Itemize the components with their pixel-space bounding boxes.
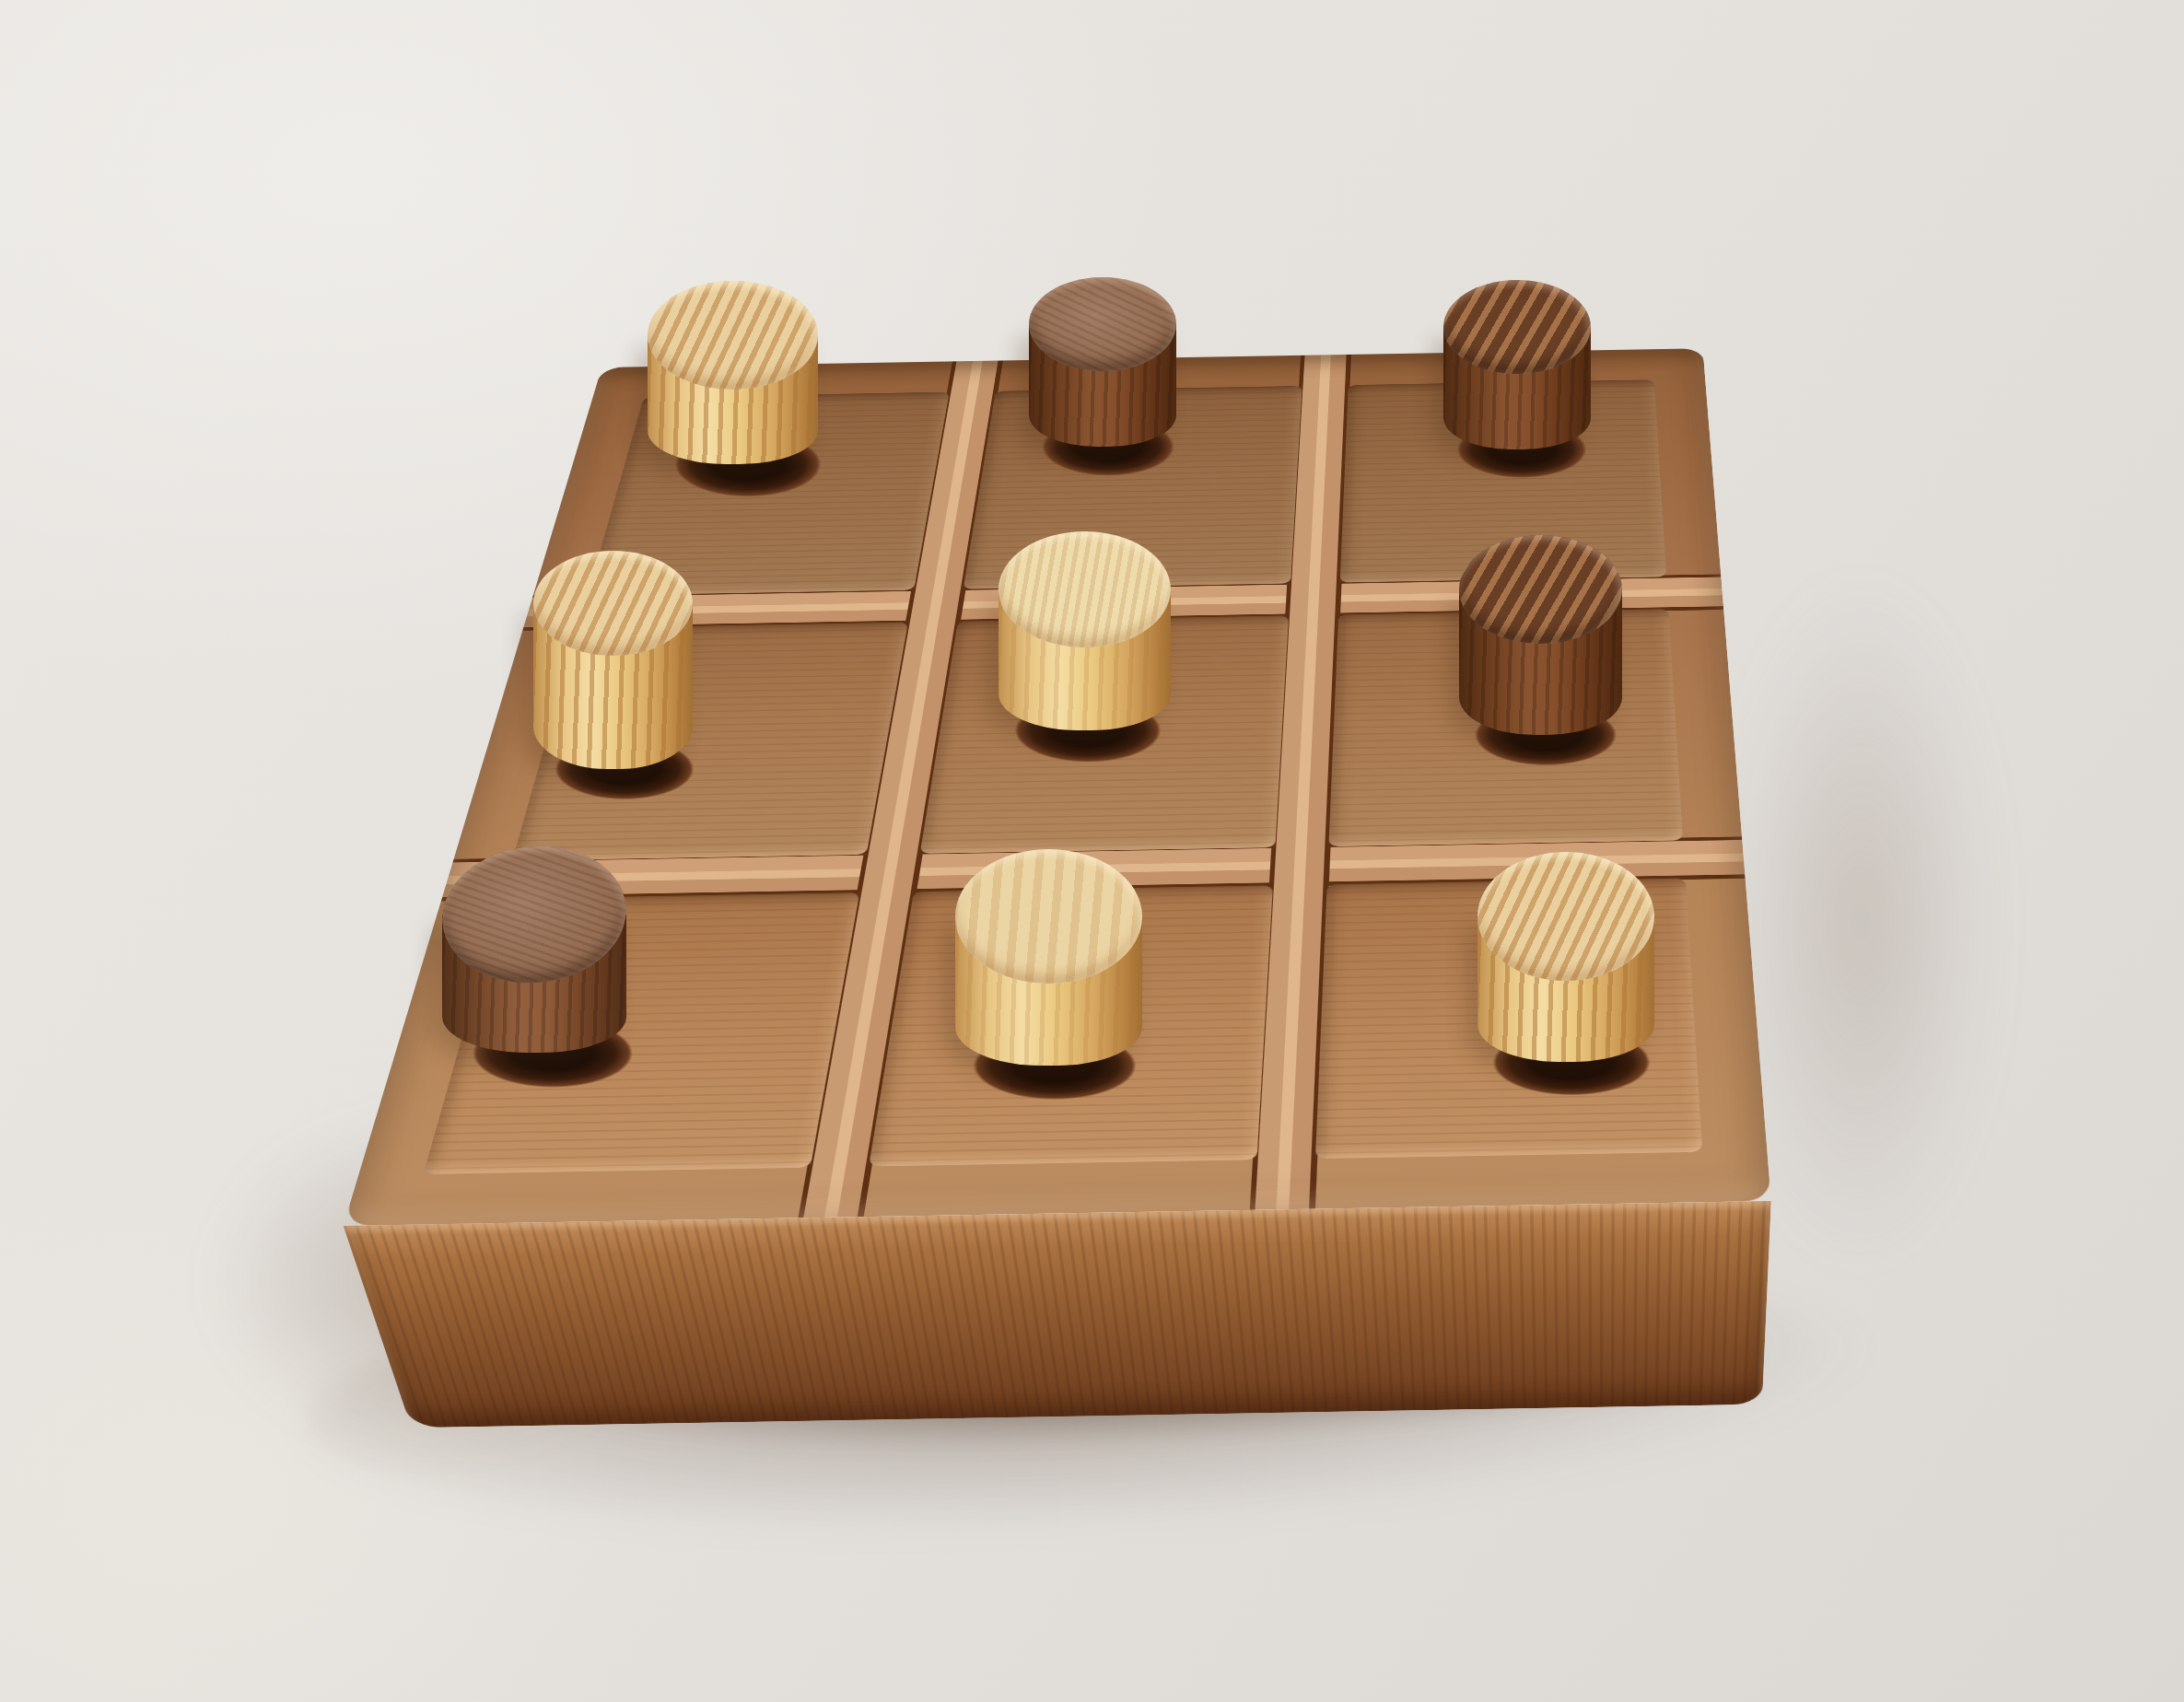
peg-top-face [1459, 535, 1622, 644]
peg-r2c2[interactable] [0, 0, 2184, 1702]
photo-background [0, 0, 2184, 1702]
peg-top-face [1443, 280, 1591, 374]
peg-top-face [648, 281, 818, 390]
peg-top-face [1029, 277, 1176, 371]
peg-top-face [999, 531, 1171, 647]
peg-top-face [533, 551, 693, 656]
peg-top-face [955, 849, 1142, 984]
peg-top-face [1477, 852, 1654, 981]
peg-layer [0, 0, 2184, 1702]
